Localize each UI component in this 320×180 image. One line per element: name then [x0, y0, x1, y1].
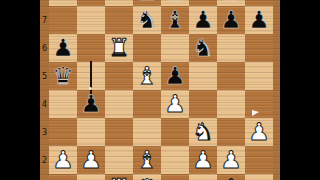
square-a7[interactable]: [49, 6, 77, 34]
piece-white-knight-f3[interactable]: ♞: [192, 120, 214, 144]
piece-white-pawn-e4[interactable]: ♟: [164, 92, 186, 116]
pin-needle-head: [89, 87, 92, 90]
piece-white-pawn-f2[interactable]: ♟: [192, 148, 214, 172]
square-a3[interactable]: [49, 118, 77, 146]
square-d7[interactable]: ♞: [133, 6, 161, 34]
square-h6[interactable]: [245, 34, 273, 62]
piece-white-bishop-d2[interactable]: ♝: [136, 148, 158, 172]
square-b4[interactable]: ♟: [77, 90, 105, 118]
square-c3[interactable]: [105, 118, 133, 146]
square-c2[interactable]: [105, 146, 133, 174]
square-c7[interactable]: [105, 6, 133, 34]
square-g3[interactable]: [217, 118, 245, 146]
piece-black-pawn-f7[interactable]: ♟: [192, 8, 214, 32]
square-h5[interactable]: [245, 62, 273, 90]
piece-black-king-g8[interactable]: ♚: [220, 0, 242, 4]
piece-black-pawn-e5[interactable]: ♟: [164, 64, 186, 88]
piece-black-pawn-b4[interactable]: ♟: [80, 92, 102, 116]
piece-white-pawn-g2[interactable]: ♟: [220, 148, 242, 172]
square-f2[interactable]: ♟: [189, 146, 217, 174]
square-f5[interactable]: [189, 62, 217, 90]
square-g2[interactable]: ♟: [217, 146, 245, 174]
square-e6[interactable]: [161, 34, 189, 62]
square-g5[interactable]: [217, 62, 245, 90]
chess-diagram: ♜♜♚♞♝♟♟♟♟♜♞♛♝♟♟♟♞♟♟♟♝♟♟♜♛♚ 87654321: [0, 0, 320, 180]
rank-label-3: 3: [40, 118, 49, 146]
piece-white-bishop-d5[interactable]: ♝: [136, 64, 158, 88]
square-a1[interactable]: [49, 174, 77, 180]
rank-label-5: 5: [40, 62, 49, 90]
square-e1[interactable]: [161, 174, 189, 180]
chess-board: ♜♜♚♞♝♟♟♟♟♜♞♛♝♟♟♟♞♟♟♟♝♟♟♜♛♚: [49, 0, 273, 180]
square-g6[interactable]: [217, 34, 245, 62]
piece-black-pawn-h7[interactable]: ♟: [248, 8, 270, 32]
square-a2[interactable]: ♟: [49, 146, 77, 174]
square-d1[interactable]: ♛: [133, 174, 161, 180]
square-d3[interactable]: [133, 118, 161, 146]
piece-black-knight-d7[interactable]: ♞: [136, 8, 158, 32]
square-c5[interactable]: [105, 62, 133, 90]
square-b2[interactable]: ♟: [77, 146, 105, 174]
square-f6[interactable]: ♞: [189, 34, 217, 62]
square-a6[interactable]: ♟: [49, 34, 77, 62]
board-frame: ♜♜♚♞♝♟♟♟♟♜♞♛♝♟♟♟♞♟♟♟♝♟♟♜♛♚: [40, 0, 280, 180]
piece-white-queen-d1[interactable]: ♛: [136, 176, 158, 180]
square-f1[interactable]: [189, 174, 217, 180]
square-f7[interactable]: ♟: [189, 6, 217, 34]
piece-black-knight-f6[interactable]: ♞: [192, 36, 214, 60]
piece-white-rook-c6[interactable]: ♜: [108, 36, 130, 60]
square-c4[interactable]: [105, 90, 133, 118]
square-b7[interactable]: [77, 6, 105, 34]
square-h1[interactable]: [245, 174, 273, 180]
square-b1[interactable]: [77, 174, 105, 180]
square-c1[interactable]: ♜: [105, 174, 133, 180]
piece-black-queen-a5[interactable]: ♛: [52, 64, 74, 88]
square-h7[interactable]: ♟: [245, 6, 273, 34]
square-d2[interactable]: ♝: [133, 146, 161, 174]
square-g1[interactable]: ♚: [217, 174, 245, 180]
square-e2[interactable]: [161, 146, 189, 174]
square-h3[interactable]: ♟: [245, 118, 273, 146]
square-h4[interactable]: [245, 90, 273, 118]
piece-black-bishop-e7[interactable]: ♝: [164, 8, 186, 32]
piece-black-pawn-a6[interactable]: ♟: [52, 36, 74, 60]
square-a5[interactable]: ♛: [49, 62, 77, 90]
square-h2[interactable]: [245, 146, 273, 174]
rank-label-4: 4: [40, 90, 49, 118]
square-e3[interactable]: [161, 118, 189, 146]
square-e7[interactable]: ♝: [161, 6, 189, 34]
piece-white-pawn-a2[interactable]: ♟: [52, 148, 74, 172]
square-e4[interactable]: ♟: [161, 90, 189, 118]
square-g4[interactable]: [217, 90, 245, 118]
rank-label-7: 7: [40, 6, 49, 34]
rank-label-6: 6: [40, 34, 49, 62]
square-f4[interactable]: [189, 90, 217, 118]
flag-icon: [252, 110, 259, 116]
square-g7[interactable]: ♟: [217, 6, 245, 34]
piece-black-rook-d8[interactable]: ♜: [136, 0, 158, 4]
square-b3[interactable]: [77, 118, 105, 146]
piece-white-pawn-h3[interactable]: ♟: [248, 120, 270, 144]
square-e5[interactable]: ♟: [161, 62, 189, 90]
square-c6[interactable]: ♜: [105, 34, 133, 62]
piece-white-pawn-b2[interactable]: ♟: [80, 148, 102, 172]
square-d5[interactable]: ♝: [133, 62, 161, 90]
rank-label-1: 1: [40, 174, 49, 180]
piece-white-rook-c1[interactable]: ♜: [108, 176, 130, 180]
square-f3[interactable]: ♞: [189, 118, 217, 146]
square-d6[interactable]: [133, 34, 161, 62]
rank-label-2: 2: [40, 146, 49, 174]
piece-white-king-g1[interactable]: ♚: [220, 176, 242, 180]
piece-black-pawn-g7[interactable]: ♟: [220, 8, 242, 32]
piece-black-rook-e8[interactable]: ♜: [164, 0, 186, 4]
square-b6[interactable]: [77, 34, 105, 62]
square-d4[interactable]: [133, 90, 161, 118]
square-a4[interactable]: [49, 90, 77, 118]
